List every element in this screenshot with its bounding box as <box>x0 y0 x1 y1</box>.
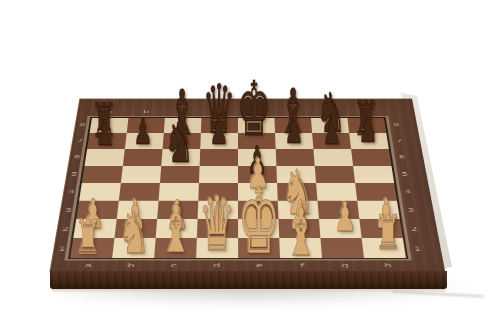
white-Q-glyph: ♛ <box>199 187 236 262</box>
black-P-glyph: ♟ <box>209 114 228 150</box>
black-K-glyph: ♚ <box>237 72 272 147</box>
white-K-glyph: ♚ <box>238 176 281 268</box>
black-P-glyph: ♟ <box>95 115 114 151</box>
black-P-glyph: ♟ <box>322 114 341 150</box>
white-B-glyph: ♝ <box>160 197 193 263</box>
black-N-glyph: ♞ <box>164 116 195 171</box>
black-P-glyph: ♟ <box>133 114 152 150</box>
white-R-glyph: ♜ <box>375 208 402 256</box>
white-N-glyph: ♞ <box>118 204 150 262</box>
white-R-glyph: ♜ <box>75 213 102 261</box>
black-P-glyph: ♟ <box>284 113 303 149</box>
white-B-glyph: ♝ <box>285 200 318 266</box>
white-P-glyph: ♟ <box>334 197 356 238</box>
product-photo-stage: aabbccddeeffgghh1122334455667788 ♜♞♝♛♚♝♜… <box>0 0 500 333</box>
black-P-glyph: ♟ <box>358 112 377 148</box>
pieces-layer: ♜♞♝♛♚♝♜♟♟♟♟♟♟♟♞♟♟♞♟♟♟♟♟♟♟♜♝♛♚♝♞♜ <box>0 0 500 333</box>
